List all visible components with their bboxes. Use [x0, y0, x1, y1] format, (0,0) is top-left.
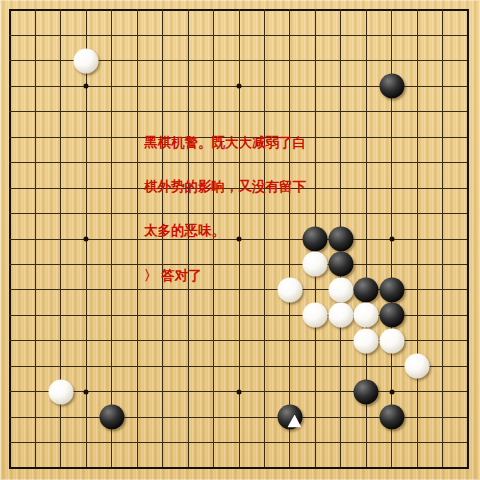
grid-line	[9, 442, 469, 443]
last-move-marker	[287, 415, 301, 428]
white-stone	[379, 328, 404, 353]
black-stone	[354, 277, 379, 302]
grid-line	[9, 467, 469, 469]
grid-line	[9, 366, 469, 367]
star-point	[237, 84, 242, 89]
star-point	[84, 84, 89, 89]
star-point	[389, 237, 394, 242]
white-stone	[328, 277, 353, 302]
star-point	[389, 389, 394, 394]
black-stone	[379, 303, 404, 328]
star-point	[84, 389, 89, 394]
commentary-line: 黑棋机警。既大大减弱了白	[144, 136, 319, 151]
black-stone	[379, 74, 404, 99]
white-stone	[405, 354, 430, 379]
grid-line	[417, 9, 418, 469]
commentary-line: 太多的恶味。	[144, 224, 319, 239]
black-stone	[277, 405, 302, 430]
white-stone	[74, 48, 99, 73]
white-stone	[354, 328, 379, 353]
commentary-text: 黑棋机警。既大大减弱了白 棋外势的影响，又没有留下 太多的恶味。 〉 答对了	[144, 106, 319, 313]
white-stone	[328, 303, 353, 328]
star-point	[84, 237, 89, 242]
black-stone	[328, 252, 353, 277]
black-stone	[328, 227, 353, 252]
black-stone	[379, 277, 404, 302]
white-stone	[48, 379, 73, 404]
grid-line	[467, 9, 469, 469]
grid-line	[442, 9, 443, 469]
black-stone	[379, 405, 404, 430]
black-stone	[354, 379, 379, 404]
white-stone	[354, 303, 379, 328]
black-stone	[99, 405, 124, 430]
commentary-line: 棋外势的影响，又没有留下	[144, 180, 319, 195]
commentary-line: 〉 答对了	[144, 269, 319, 284]
go-board[interactable]: 黑棋机警。既大大减弱了白 棋外势的影响，又没有留下 太多的恶味。 〉 答对了	[0, 0, 480, 480]
star-point	[237, 389, 242, 394]
